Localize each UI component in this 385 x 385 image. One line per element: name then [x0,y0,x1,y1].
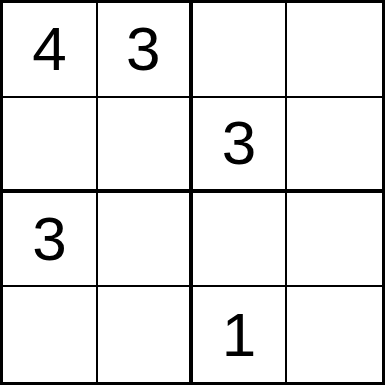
cell-r2c2-empty[interactable] [98,98,193,193]
cell-r3c2-empty[interactable] [98,193,193,288]
cell-r4c1-empty[interactable] [3,287,98,382]
cell-r2c4-empty[interactable] [287,98,382,193]
cell-r4c3-given-1[interactable]: 1 [193,287,288,382]
cell-r1c1-given-4[interactable]: 4 [3,3,98,98]
sudoku-board: 43331 [0,0,385,385]
cell-r2c1-empty[interactable] [3,98,98,193]
cell-r4c2-empty[interactable] [98,287,193,382]
cell-r3c4-empty[interactable] [287,193,382,288]
cell-r4c4-empty[interactable] [287,287,382,382]
cell-r1c2-given-3[interactable]: 3 [98,3,193,98]
cell-r3c1-given-3[interactable]: 3 [3,193,98,288]
cell-r1c3-empty[interactable] [193,3,288,98]
cell-r1c4-empty[interactable] [287,3,382,98]
cell-r2c3-given-3[interactable]: 3 [193,98,288,193]
cell-r3c3-empty[interactable] [193,193,288,288]
